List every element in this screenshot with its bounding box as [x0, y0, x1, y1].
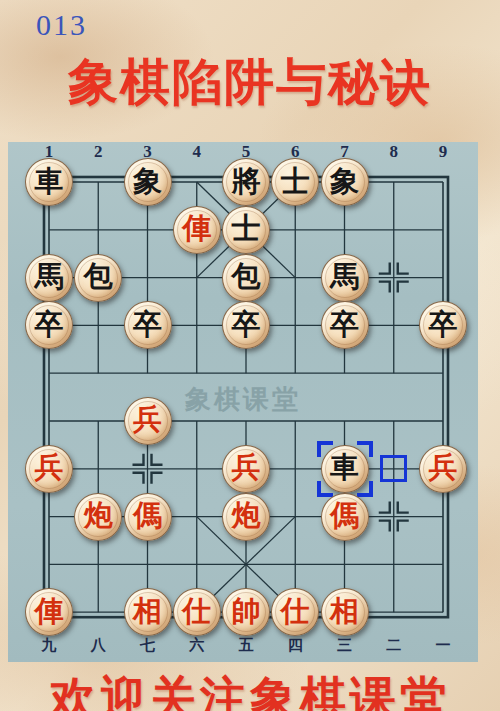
piece-character: 象 — [330, 167, 359, 196]
issue-number: 013 — [36, 8, 87, 42]
piece-character: 炮 — [84, 501, 113, 530]
black-chariot[interactable]: 車 — [321, 445, 369, 493]
red-soldier[interactable]: 兵 — [25, 445, 73, 493]
red-advisor[interactable]: 仕 — [173, 588, 221, 636]
black-soldier[interactable]: 卒 — [321, 301, 369, 349]
coordinate-label: 七 — [135, 636, 161, 655]
coordinate-label: 四 — [282, 636, 308, 655]
piece-character: 帥 — [232, 597, 261, 626]
red-chariot[interactable]: 俥 — [25, 588, 73, 636]
black-elephant[interactable]: 象 — [321, 158, 369, 206]
black-chariot[interactable]: 車 — [25, 158, 73, 206]
last-move-highlight — [357, 441, 373, 457]
red-cannon[interactable]: 炮 — [74, 493, 122, 541]
piece-character: 仕 — [281, 597, 310, 626]
red-advisor[interactable]: 仕 — [271, 588, 319, 636]
piece-character: 卒 — [232, 310, 261, 339]
piece-character: 兵 — [232, 453, 261, 482]
piece-character: 仕 — [182, 597, 211, 626]
piece-character: 卒 — [133, 310, 162, 339]
footer-text: 欢迎关注象棋课堂 — [0, 676, 500, 711]
coordinate-label: 一 — [430, 636, 456, 655]
last-move-highlight — [317, 441, 333, 457]
coordinate-label: 九 — [36, 636, 62, 655]
coordinate-label: 三 — [332, 636, 358, 655]
piece-character: 士 — [232, 214, 261, 243]
red-cannon[interactable]: 炮 — [222, 493, 270, 541]
piece-character: 兵 — [133, 405, 162, 434]
piece-character: 傌 — [330, 501, 359, 530]
piece-character: 卒 — [330, 310, 359, 339]
black-advisor[interactable]: 士 — [222, 206, 270, 254]
black-horse[interactable]: 馬 — [25, 254, 73, 302]
black-elephant[interactable]: 象 — [124, 158, 172, 206]
black-soldier[interactable]: 卒 — [419, 301, 467, 349]
piece-character: 士 — [281, 167, 310, 196]
move-origin-square[interactable] — [380, 455, 407, 482]
piece-character: 車 — [330, 453, 359, 482]
coordinate-label: 八 — [85, 636, 111, 655]
piece-character: 兵 — [429, 453, 458, 482]
black-cannon[interactable]: 包 — [222, 254, 270, 302]
piece-character: 炮 — [232, 501, 261, 530]
piece-character: 卒 — [429, 310, 458, 339]
black-cannon[interactable]: 包 — [74, 254, 122, 302]
piece-character: 相 — [133, 597, 162, 626]
piece-character: 馬 — [330, 262, 359, 291]
piece-character: 傌 — [133, 501, 162, 530]
piece-character: 相 — [330, 597, 359, 626]
piece-character: 俥 — [182, 214, 211, 243]
last-move-highlight — [317, 481, 333, 497]
black-advisor[interactable]: 士 — [271, 158, 319, 206]
black-general[interactable]: 將 — [222, 158, 270, 206]
red-soldier[interactable]: 兵 — [124, 397, 172, 445]
page-title: 象棋陷阱与秘诀 — [0, 52, 500, 112]
red-chariot[interactable]: 俥 — [173, 206, 221, 254]
piece-character: 包 — [232, 262, 261, 291]
red-elephant[interactable]: 相 — [321, 588, 369, 636]
piece-character: 兵 — [35, 453, 64, 482]
piece-character: 俥 — [35, 597, 64, 626]
red-soldier[interactable]: 兵 — [222, 445, 270, 493]
coordinate-label: 五 — [233, 636, 259, 655]
last-move-highlight — [357, 481, 373, 497]
coordinate-label: 二 — [381, 636, 407, 655]
board-panel: 123456789 九八七六五四三二一 象棋课堂 車象將士象俥士馬包包馬卒卒卒卒… — [8, 142, 478, 662]
red-elephant[interactable]: 相 — [124, 588, 172, 636]
red-general[interactable]: 帥 — [222, 588, 270, 636]
black-soldier[interactable]: 卒 — [124, 301, 172, 349]
xiangqi-board: 車象將士象俥士馬包包馬卒卒卒卒卒兵兵兵車兵炮傌炮傌俥相仕帥仕相 — [24, 158, 467, 636]
piece-character: 將 — [232, 167, 261, 196]
piece-character: 馬 — [35, 262, 64, 291]
red-soldier[interactable]: 兵 — [419, 445, 467, 493]
black-horse[interactable]: 馬 — [321, 254, 369, 302]
piece-character: 象 — [133, 167, 162, 196]
red-horse[interactable]: 傌 — [124, 493, 172, 541]
black-soldier[interactable]: 卒 — [25, 301, 73, 349]
piece-character: 車 — [35, 167, 64, 196]
red-horse[interactable]: 傌 — [321, 493, 369, 541]
coordinate-label: 六 — [184, 636, 210, 655]
piece-character: 卒 — [35, 310, 64, 339]
black-soldier[interactable]: 卒 — [222, 301, 270, 349]
piece-character: 包 — [84, 262, 113, 291]
